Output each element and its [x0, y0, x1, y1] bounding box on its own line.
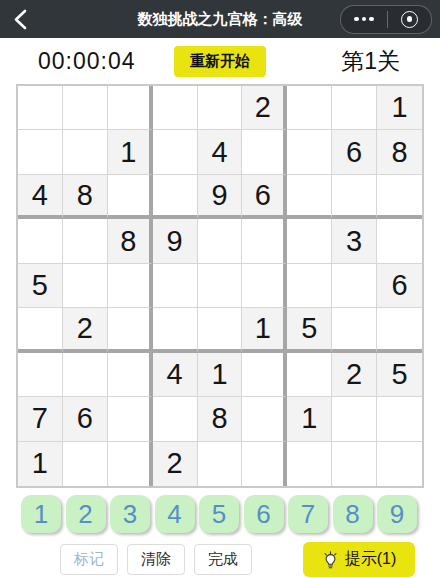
numpad-button-6[interactable]: 6 — [244, 495, 284, 533]
cell-r7c3[interactable] — [108, 353, 153, 397]
cell-r1c5[interactable] — [198, 86, 243, 130]
cell-r2c7[interactable] — [287, 130, 332, 174]
numpad-button-2[interactable]: 2 — [66, 495, 106, 533]
numpad-button-7[interactable]: 7 — [288, 495, 328, 533]
capsule-divider — [387, 11, 388, 28]
cell-r9c7[interactable] — [287, 442, 332, 486]
sudoku-board: 2114684896893562154125768112 — [16, 84, 424, 488]
cell-r3c7[interactable] — [287, 175, 332, 219]
hint-label: 提示(1) — [345, 549, 397, 570]
cell-r3c4[interactable] — [153, 175, 198, 219]
clear-button[interactable]: 清除 — [127, 544, 185, 575]
cell-r5c1[interactable]: 5 — [18, 264, 63, 308]
cell-r2c8[interactable]: 6 — [332, 130, 377, 174]
cell-r9c3[interactable] — [108, 442, 153, 486]
cell-r4c5[interactable] — [198, 219, 243, 263]
cell-r2c9[interactable]: 8 — [377, 130, 422, 174]
numpad-button-4[interactable]: 4 — [155, 495, 195, 533]
header: 数独挑战之九宫格：高级 — [0, 0, 440, 38]
cell-r4c7[interactable] — [287, 219, 332, 263]
cell-r1c4[interactable] — [153, 86, 198, 130]
cell-r4c1[interactable] — [18, 219, 63, 263]
cell-r1c2[interactable] — [63, 86, 108, 130]
cell-r6c4[interactable] — [153, 308, 198, 352]
cell-r1c7[interactable] — [287, 86, 332, 130]
cell-r8c6[interactable] — [242, 397, 287, 441]
lightbulb-icon — [322, 551, 339, 569]
numpad-button-1[interactable]: 1 — [21, 495, 61, 533]
numpad-button-5[interactable]: 5 — [199, 495, 239, 533]
miniprogram-capsule — [340, 5, 432, 34]
cell-r9c2[interactable] — [63, 442, 108, 486]
numpad: 123456789 — [21, 495, 440, 533]
cell-r2c3[interactable]: 1 — [108, 130, 153, 174]
cell-r6c6[interactable]: 1 — [242, 308, 287, 352]
cell-r7c8[interactable]: 2 — [332, 353, 377, 397]
cell-r5c8[interactable] — [332, 264, 377, 308]
cell-r5c9[interactable]: 6 — [377, 264, 422, 308]
cell-r5c6[interactable] — [242, 264, 287, 308]
cell-r3c6[interactable]: 6 — [242, 175, 287, 219]
cell-r7c6[interactable] — [242, 353, 287, 397]
cell-r9c9[interactable] — [377, 442, 422, 486]
mark-button[interactable]: 标记 — [60, 544, 118, 575]
cell-r8c9[interactable] — [377, 397, 422, 441]
cell-r7c5[interactable]: 1 — [198, 353, 243, 397]
cell-r8c8[interactable] — [332, 397, 377, 441]
cell-r2c2[interactable] — [63, 130, 108, 174]
cell-r2c6[interactable] — [242, 130, 287, 174]
cell-r3c1[interactable]: 4 — [18, 175, 63, 219]
action-bar: 标记 清除 完成 提示(1) — [0, 542, 440, 577]
cell-r6c2[interactable]: 2 — [63, 308, 108, 352]
cell-r6c7[interactable]: 5 — [287, 308, 332, 352]
cell-r1c8[interactable] — [332, 86, 377, 130]
cell-r6c9[interactable] — [377, 308, 422, 352]
cell-r9c1[interactable]: 1 — [18, 442, 63, 486]
cell-r3c2[interactable]: 8 — [63, 175, 108, 219]
cell-r9c6[interactable] — [242, 442, 287, 486]
done-button[interactable]: 完成 — [194, 544, 252, 575]
back-button[interactable] — [0, 0, 40, 38]
cell-r8c5[interactable]: 8 — [198, 397, 243, 441]
cell-r2c5[interactable]: 4 — [198, 130, 243, 174]
cell-r3c8[interactable] — [332, 175, 377, 219]
cell-r4c6[interactable] — [242, 219, 287, 263]
cell-r7c4[interactable]: 4 — [153, 353, 198, 397]
cell-r7c2[interactable] — [63, 353, 108, 397]
cell-r7c1[interactable] — [18, 353, 63, 397]
cell-r9c8[interactable] — [332, 442, 377, 486]
cell-r5c5[interactable] — [198, 264, 243, 308]
cell-r3c3[interactable] — [108, 175, 153, 219]
cell-r1c6[interactable]: 2 — [242, 86, 287, 130]
cell-r4c9[interactable] — [377, 219, 422, 263]
cell-r8c2[interactable]: 6 — [63, 397, 108, 441]
cell-r9c4[interactable]: 2 — [153, 442, 198, 486]
numpad-button-3[interactable]: 3 — [110, 495, 150, 533]
cell-r6c3[interactable] — [108, 308, 153, 352]
restart-button[interactable]: 重新开始 — [174, 46, 266, 77]
close-target-icon[interactable] — [401, 11, 418, 28]
cell-r9c5[interactable] — [198, 442, 243, 486]
cell-r2c4[interactable] — [153, 130, 198, 174]
hint-button[interactable]: 提示(1) — [303, 542, 415, 577]
cell-r8c7[interactable]: 1 — [287, 397, 332, 441]
cell-r8c3[interactable] — [108, 397, 153, 441]
cell-r4c8[interactable]: 3 — [332, 219, 377, 263]
cell-r8c1[interactable]: 7 — [18, 397, 63, 441]
cell-r3c9[interactable] — [377, 175, 422, 219]
cell-r8c4[interactable] — [153, 397, 198, 441]
cell-r5c4[interactable] — [153, 264, 198, 308]
chevron-left-icon — [14, 9, 27, 30]
toolbar: 00:00:04 重新开始 第1关 — [0, 38, 440, 84]
cell-r7c9[interactable]: 5 — [377, 353, 422, 397]
cell-r1c9[interactable]: 1 — [377, 86, 422, 130]
cell-r4c4[interactable]: 9 — [153, 219, 198, 263]
cell-r6c8[interactable] — [332, 308, 377, 352]
cell-r4c3[interactable]: 8 — [108, 219, 153, 263]
cell-r1c1[interactable] — [18, 86, 63, 130]
numpad-button-9[interactable]: 9 — [377, 495, 417, 533]
cell-r1c3[interactable] — [108, 86, 153, 130]
cell-r3c5[interactable]: 9 — [198, 175, 243, 219]
cell-r5c2[interactable] — [63, 264, 108, 308]
cell-r6c1[interactable] — [18, 308, 63, 352]
cell-r7c7[interactable] — [287, 353, 332, 397]
cell-r5c3[interactable] — [108, 264, 153, 308]
cell-r6c5[interactable] — [198, 308, 243, 352]
level-label: 第1关 — [341, 46, 400, 77]
numpad-button-8[interactable]: 8 — [333, 495, 373, 533]
cell-r4c2[interactable] — [63, 219, 108, 263]
timer: 00:00:04 — [38, 48, 136, 75]
more-menu-icon[interactable] — [354, 17, 374, 22]
cell-r5c7[interactable] — [287, 264, 332, 308]
cell-r2c1[interactable] — [18, 130, 63, 174]
